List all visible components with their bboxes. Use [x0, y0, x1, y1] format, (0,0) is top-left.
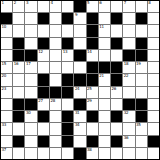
- crossword-cell[interactable]: [136, 25, 147, 36]
- blocked-cell: [111, 13, 122, 24]
- crossword-cell[interactable]: 28: [50, 99, 61, 110]
- crossword-cell[interactable]: [38, 62, 49, 73]
- clue-number: 7: [124, 1, 126, 5]
- blocked-cell: [38, 74, 49, 85]
- crossword-cell[interactable]: [50, 148, 61, 159]
- blocked-cell: [13, 50, 24, 61]
- crossword-cell[interactable]: [25, 38, 36, 49]
- blocked-cell: [111, 111, 122, 122]
- crossword-cell[interactable]: [136, 136, 147, 147]
- blocked-cell: [87, 111, 98, 122]
- blocked-cell: [74, 74, 85, 85]
- crossword-cell[interactable]: [38, 123, 49, 134]
- crossword-cell[interactable]: 32: [123, 111, 134, 122]
- crossword-cell[interactable]: [148, 99, 159, 110]
- clue-number: 31: [75, 111, 80, 115]
- crossword-cell[interactable]: [111, 50, 122, 61]
- crossword-cell[interactable]: [50, 25, 61, 36]
- crossword-cell[interactable]: [111, 1, 122, 12]
- crossword-cell[interactable]: [111, 148, 122, 159]
- crossword-cell[interactable]: [123, 148, 134, 159]
- crossword-cell[interactable]: [50, 38, 61, 49]
- blocked-cell: [62, 123, 73, 134]
- clue-number: 13: [63, 50, 68, 54]
- crossword-cell[interactable]: 23: [1, 87, 12, 98]
- crossword-cell[interactable]: 21: [99, 74, 110, 85]
- crossword-cell[interactable]: [99, 136, 110, 147]
- blocked-cell: [136, 50, 147, 61]
- blocked-cell: [111, 62, 122, 73]
- crossword-cell[interactable]: 22: [123, 74, 134, 85]
- crossword-cell[interactable]: [74, 25, 85, 36]
- crossword-cell[interactable]: 3: [25, 1, 36, 12]
- blocked-cell: [38, 87, 49, 98]
- crossword-cell[interactable]: 37: [1, 148, 12, 159]
- crossword-cell[interactable]: [50, 123, 61, 134]
- crossword-cell[interactable]: 11: [99, 25, 110, 36]
- clue-number: 28: [50, 99, 55, 103]
- crossword-grid: 1234567891011121314151617181920212223242…: [0, 0, 160, 160]
- clue-number: 6: [99, 1, 101, 5]
- clue-number: 16: [14, 62, 19, 66]
- clue-number: 21: [99, 74, 104, 78]
- crossword-cell[interactable]: [99, 123, 110, 134]
- crossword-cell[interactable]: 27: [38, 99, 49, 110]
- crossword-cell[interactable]: 2: [13, 1, 24, 12]
- blocked-cell: [62, 74, 73, 85]
- blocked-cell: [74, 50, 85, 61]
- clue-number: 36: [124, 136, 129, 140]
- crossword-cell[interactable]: [148, 25, 159, 36]
- blocked-cell: [87, 62, 98, 73]
- blocked-cell: [62, 38, 73, 49]
- crossword-cell[interactable]: [50, 62, 61, 73]
- crossword-cell[interactable]: [136, 87, 147, 98]
- crossword-cell[interactable]: [38, 1, 49, 12]
- crossword-cell[interactable]: [25, 123, 36, 134]
- crossword-cell[interactable]: [123, 87, 134, 98]
- crossword-cell[interactable]: 15: [1, 62, 12, 73]
- crossword-cell[interactable]: [123, 123, 134, 134]
- crossword-cell[interactable]: [50, 13, 61, 24]
- blocked-cell: [87, 38, 98, 49]
- blocked-cell: [38, 136, 49, 147]
- blocked-cell: [123, 99, 134, 110]
- clue-number: 26: [112, 87, 117, 91]
- crossword-cell[interactable]: [111, 25, 122, 36]
- blocked-cell: [148, 136, 159, 147]
- blocked-cell: [25, 50, 36, 61]
- crossword-cell[interactable]: [74, 38, 85, 49]
- clue-number: 22: [124, 74, 129, 78]
- crossword-cell[interactable]: 36: [123, 136, 134, 147]
- blocked-cell: [136, 13, 147, 24]
- crossword-cell[interactable]: [99, 38, 110, 49]
- crossword-cell[interactable]: [99, 99, 110, 110]
- blocked-cell: [62, 87, 73, 98]
- crossword-cell[interactable]: [1, 50, 12, 61]
- crossword-cell[interactable]: [13, 13, 24, 24]
- crossword-cell[interactable]: [148, 13, 159, 24]
- crossword-cell[interactable]: [148, 50, 159, 61]
- crossword-cell[interactable]: [62, 62, 73, 73]
- blocked-cell: [13, 38, 24, 49]
- crossword-cell[interactable]: [123, 38, 134, 49]
- blocked-cell: [13, 136, 24, 147]
- crossword-cell[interactable]: 10: [1, 25, 12, 36]
- crossword-cell[interactable]: [99, 87, 110, 98]
- clue-number: 27: [38, 99, 43, 103]
- clue-number: 3: [26, 1, 28, 5]
- crossword-cell[interactable]: [62, 148, 73, 159]
- crossword-cell[interactable]: [25, 136, 36, 147]
- crossword-cell[interactable]: 6: [99, 1, 110, 12]
- crossword-cell[interactable]: 26: [111, 87, 122, 98]
- blocked-cell: [111, 136, 122, 147]
- crossword-cell[interactable]: [123, 13, 134, 24]
- crossword-cell[interactable]: 7: [123, 1, 134, 12]
- clue-number: 4: [50, 1, 52, 5]
- crossword-cell[interactable]: 5: [87, 1, 98, 12]
- blocked-cell: [62, 111, 73, 122]
- crossword-cell[interactable]: [25, 25, 36, 36]
- clue-number: 35: [136, 123, 141, 127]
- blocked-cell: [1, 13, 12, 24]
- crossword-cell[interactable]: 25: [87, 87, 98, 98]
- crossword-cell[interactable]: 35: [136, 123, 147, 134]
- crossword-cell[interactable]: [38, 25, 49, 36]
- crossword-cell[interactable]: [148, 111, 159, 122]
- clue-number: 20: [2, 74, 7, 78]
- clue-number: 32: [124, 111, 129, 115]
- crossword-cell[interactable]: [136, 148, 147, 159]
- crossword-cell[interactable]: [50, 111, 61, 122]
- blocked-cell: [136, 99, 147, 110]
- crossword-cell[interactable]: [74, 136, 85, 147]
- crossword-cell[interactable]: [111, 123, 122, 134]
- crossword-cell[interactable]: [25, 148, 36, 159]
- crossword-cell[interactable]: 17: [25, 62, 36, 73]
- blocked-cell: [136, 38, 147, 49]
- blocked-cell: [136, 111, 147, 122]
- clue-number: 38: [87, 148, 92, 152]
- blocked-cell: [87, 74, 98, 85]
- blocked-cell: [62, 136, 73, 147]
- crossword-cell[interactable]: [38, 148, 49, 159]
- blocked-cell: [87, 13, 98, 24]
- blocked-cell: [111, 74, 122, 85]
- blocked-cell: [50, 87, 61, 98]
- crossword-cell[interactable]: [74, 62, 85, 73]
- crossword-cell[interactable]: [148, 38, 159, 49]
- crossword-cell[interactable]: [62, 25, 73, 36]
- crossword-cell[interactable]: [136, 1, 147, 12]
- crossword-cell[interactable]: [25, 13, 36, 24]
- clue-number: 33: [2, 123, 7, 127]
- clue-number: 12: [38, 50, 43, 54]
- clue-number: 37: [2, 148, 7, 152]
- crossword-cell[interactable]: 1: [1, 1, 12, 12]
- crossword-cell[interactable]: [123, 25, 134, 36]
- clue-number: 29: [87, 99, 92, 103]
- clue-number: 5: [87, 1, 89, 5]
- crossword-cell[interactable]: [25, 87, 36, 98]
- blocked-cell: [123, 50, 134, 61]
- blocked-cell: [74, 148, 85, 159]
- crossword-cell[interactable]: 16: [13, 62, 24, 73]
- clue-number: 14: [87, 50, 92, 54]
- clue-number: 10: [2, 25, 7, 29]
- clue-number: 25: [87, 87, 92, 91]
- crossword-cell[interactable]: [99, 148, 110, 159]
- clue-number: 1: [2, 1, 4, 5]
- clue-number: 2: [14, 1, 16, 5]
- blocked-cell: [25, 99, 36, 110]
- crossword-cell[interactable]: [99, 111, 110, 122]
- crossword-cell[interactable]: 34: [74, 123, 85, 134]
- crossword-cell[interactable]: 30: [25, 111, 36, 122]
- crossword-cell[interactable]: [148, 148, 159, 159]
- blocked-cell: [13, 111, 24, 122]
- crossword-cell[interactable]: [13, 123, 24, 134]
- crossword-cell[interactable]: 31: [74, 111, 85, 122]
- crossword-cell[interactable]: [25, 74, 36, 85]
- crossword-cell[interactable]: [148, 74, 159, 85]
- clue-number: 15: [2, 62, 7, 66]
- crossword-cell[interactable]: [62, 1, 73, 12]
- crossword-cell[interactable]: [1, 99, 12, 110]
- blocked-cell: [87, 136, 98, 147]
- blocked-cell: [111, 38, 122, 49]
- clue-number: 11: [99, 25, 104, 29]
- clue-number: 18: [124, 62, 129, 66]
- crossword-cell[interactable]: 20: [1, 74, 12, 85]
- blocked-cell: [38, 13, 49, 24]
- crossword-cell[interactable]: [148, 62, 159, 73]
- clue-number: 30: [26, 111, 31, 115]
- crossword-cell[interactable]: 12: [38, 50, 49, 61]
- blocked-cell: [74, 99, 85, 110]
- crossword-cell[interactable]: [111, 99, 122, 110]
- clue-number: 23: [2, 87, 7, 91]
- crossword-cell[interactable]: [1, 136, 12, 147]
- crossword-cell[interactable]: 18: [123, 62, 134, 73]
- crossword-cell[interactable]: [1, 111, 12, 122]
- crossword-cell[interactable]: [99, 13, 110, 24]
- blocked-cell: [62, 13, 73, 24]
- clue-number: 19: [136, 62, 141, 66]
- crossword-cell[interactable]: [136, 74, 147, 85]
- crossword-cell[interactable]: [62, 99, 73, 110]
- crossword-cell[interactable]: 24: [74, 87, 85, 98]
- crossword-cell[interactable]: [13, 74, 24, 85]
- crossword-cell[interactable]: 13: [62, 50, 73, 61]
- crossword-cell[interactable]: [13, 87, 24, 98]
- blocked-cell: [38, 38, 49, 49]
- clue-number: 17: [26, 62, 31, 66]
- crossword-cell[interactable]: 4: [50, 1, 61, 12]
- crossword-cell[interactable]: 8: [148, 1, 159, 12]
- crossword-cell[interactable]: [50, 136, 61, 147]
- crossword-cell[interactable]: 9: [74, 13, 85, 24]
- crossword-cell[interactable]: 14: [87, 50, 98, 61]
- clue-number: 9: [75, 13, 77, 17]
- clue-number: 24: [75, 87, 80, 91]
- clue-number: 8: [148, 1, 150, 5]
- crossword-cell[interactable]: [148, 123, 159, 134]
- crossword-cell[interactable]: [99, 50, 110, 61]
- clue-number: 34: [75, 123, 80, 127]
- crossword-cell[interactable]: 19: [136, 62, 147, 73]
- crossword-cell[interactable]: [50, 74, 61, 85]
- crossword-cell[interactable]: 29: [87, 99, 98, 110]
- crossword-cell[interactable]: [13, 25, 24, 36]
- crossword-cell[interactable]: [87, 123, 98, 134]
- crossword-cell[interactable]: [13, 148, 24, 159]
- blocked-cell: [74, 1, 85, 12]
- blocked-cell: [87, 25, 98, 36]
- crossword-cell[interactable]: [50, 50, 61, 61]
- crossword-cell[interactable]: 38: [87, 148, 98, 159]
- crossword-cell[interactable]: 33: [1, 123, 12, 134]
- crossword-cell[interactable]: [148, 87, 159, 98]
- blocked-cell: [13, 99, 24, 110]
- crossword-cell[interactable]: [1, 38, 12, 49]
- blocked-cell: [99, 62, 110, 73]
- blocked-cell: [38, 111, 49, 122]
